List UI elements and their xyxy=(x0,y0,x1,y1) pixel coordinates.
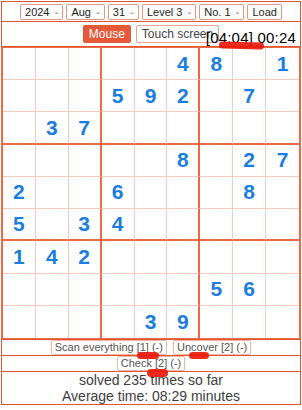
cell-r8c4[interactable] xyxy=(102,274,135,306)
cell-r5c7[interactable] xyxy=(200,177,233,209)
sudoku-app: 2024 ⌄ Aug ⌄ 31 ⌄ Level 3 ⌄ No. 1 ⌄ Load… xyxy=(0,0,302,410)
cell-r6c7[interactable] xyxy=(200,209,233,241)
cell-r5c5[interactable] xyxy=(135,177,168,209)
cell-r6c3[interactable]: 3 xyxy=(69,209,102,241)
solved-count-text: solved 235 times so far xyxy=(79,372,223,388)
day-select-value: 31 xyxy=(113,6,125,18)
cell-r1c8[interactable] xyxy=(233,48,266,80)
number-select[interactable]: No. 1 ⌄ xyxy=(199,4,244,20)
cell-r4c8[interactable]: 2 xyxy=(233,145,266,177)
cell-r5c2[interactable] xyxy=(36,177,69,209)
cell-r1c4[interactable] xyxy=(102,48,135,80)
cell-r7c7[interactable] xyxy=(200,241,233,273)
cell-r2c6[interactable]: 2 xyxy=(167,80,200,112)
cell-r1c7[interactable]: 8 xyxy=(200,48,233,80)
month-select[interactable]: Aug ⌄ xyxy=(66,4,104,20)
cell-r8c3[interactable] xyxy=(69,274,102,306)
average-time-text: Average time: 08:29 minutes xyxy=(62,388,240,404)
cell-r7c1[interactable]: 1 xyxy=(3,241,36,273)
cell-r4c6[interactable]: 8 xyxy=(167,145,200,177)
current-time: 00:24 xyxy=(257,29,296,46)
cell-r3c8[interactable] xyxy=(233,112,266,144)
cell-r3c5[interactable] xyxy=(135,112,168,144)
cell-r6c8[interactable] xyxy=(233,209,266,241)
cell-r3c3[interactable]: 7 xyxy=(69,112,102,144)
statistics-panel: solved 235 times so far Average time: 08… xyxy=(1,371,301,405)
year-select-value: 2024 xyxy=(25,6,49,18)
cell-r8c7[interactable]: 5 xyxy=(200,274,233,306)
cell-r3c2[interactable]: 3 xyxy=(36,112,69,144)
helper-actions-row: Scan everything [1] (-) Uncover [2] (-) xyxy=(1,339,301,356)
cell-r4c4[interactable] xyxy=(102,145,135,177)
cell-r6c4[interactable]: 4 xyxy=(102,209,135,241)
cell-r8c8[interactable]: 6 xyxy=(233,274,266,306)
cell-r9c9[interactable] xyxy=(266,306,299,338)
sudoku-grid: 4815927378272685341425639 xyxy=(3,48,299,338)
month-select-value: Aug xyxy=(71,6,91,18)
number-select-value: No. 1 xyxy=(204,6,230,18)
cell-r5c8[interactable]: 8 xyxy=(233,177,266,209)
cell-r1c5[interactable] xyxy=(135,48,168,80)
check-button[interactable]: Check [2] (-) xyxy=(117,356,186,371)
cell-r6c5[interactable] xyxy=(135,209,168,241)
timer: [04:04] 00:24 xyxy=(206,29,296,46)
cell-r1c6[interactable]: 4 xyxy=(167,48,200,80)
cell-r5c4[interactable]: 6 xyxy=(102,177,135,209)
cell-r3c9[interactable] xyxy=(266,112,299,144)
check-actions-row: Check [2] (-) xyxy=(1,355,301,372)
cell-r9c1[interactable] xyxy=(3,306,36,338)
cell-r9c4[interactable] xyxy=(102,306,135,338)
cell-r4c5[interactable] xyxy=(135,145,168,177)
cell-r6c9[interactable] xyxy=(266,209,299,241)
scan-everything-button[interactable]: Scan everything [1] (-) xyxy=(51,340,167,355)
cell-r2c9[interactable] xyxy=(266,80,299,112)
year-select[interactable]: 2024 ⌄ xyxy=(20,4,63,20)
cell-r7c2[interactable]: 4 xyxy=(36,241,69,273)
chevron-down-icon: ⌄ xyxy=(95,8,101,15)
day-select[interactable]: 31 ⌄ xyxy=(108,4,139,20)
cell-r8c1[interactable] xyxy=(3,274,36,306)
load-button[interactable]: Load xyxy=(247,4,281,20)
cell-r7c5[interactable] xyxy=(135,241,168,273)
cell-r9c8[interactable] xyxy=(233,306,266,338)
cell-r3c7[interactable] xyxy=(200,112,233,144)
cell-r1c1[interactable] xyxy=(3,48,36,80)
chevron-down-icon: ⌄ xyxy=(235,8,241,15)
uncover-button[interactable]: Uncover [2] (-) xyxy=(173,340,251,355)
cell-r3c4[interactable] xyxy=(102,112,135,144)
cell-r4c7[interactable] xyxy=(200,145,233,177)
cell-r7c6[interactable] xyxy=(167,241,200,273)
puzzle-selector-bar: 2024 ⌄ Aug ⌄ 31 ⌄ Level 3 ⌄ No. 1 ⌄ Load xyxy=(1,1,301,22)
level-select[interactable]: Level 3 ⌄ xyxy=(142,4,196,20)
chevron-down-icon: ⌄ xyxy=(54,8,60,15)
cell-r9c6[interactable]: 9 xyxy=(167,306,200,338)
cell-r2c5[interactable]: 9 xyxy=(135,80,168,112)
cell-r6c6[interactable] xyxy=(167,209,200,241)
cell-r4c2[interactable] xyxy=(36,145,69,177)
cell-r2c2[interactable] xyxy=(36,80,69,112)
cell-r7c3[interactable]: 2 xyxy=(69,241,102,273)
cell-r6c1[interactable]: 5 xyxy=(3,209,36,241)
cell-r9c5[interactable]: 3 xyxy=(135,306,168,338)
best-time: [04:04] xyxy=(206,29,253,46)
cell-r5c9[interactable] xyxy=(266,177,299,209)
cell-r1c3[interactable] xyxy=(69,48,102,80)
cell-r5c1[interactable]: 2 xyxy=(3,177,36,209)
cell-r4c1[interactable] xyxy=(3,145,36,177)
cell-r9c2[interactable] xyxy=(36,306,69,338)
cell-r7c4[interactable] xyxy=(102,241,135,273)
input-mode-bar: Mouse Touch screen [04:04] 00:24 xyxy=(1,21,301,47)
cell-r8c5[interactable] xyxy=(135,274,168,306)
cell-r7c9[interactable] xyxy=(266,241,299,273)
chevron-down-icon: ⌄ xyxy=(186,8,192,15)
cell-r2c8[interactable]: 7 xyxy=(233,80,266,112)
chevron-down-icon: ⌄ xyxy=(129,8,135,15)
cell-r7c8[interactable] xyxy=(233,241,266,273)
cell-r2c3[interactable] xyxy=(69,80,102,112)
cell-r5c6[interactable] xyxy=(167,177,200,209)
cell-r2c4[interactable]: 5 xyxy=(102,80,135,112)
cell-r9c3[interactable] xyxy=(69,306,102,338)
mouse-mode-button[interactable]: Mouse xyxy=(83,25,131,43)
cell-r8c6[interactable] xyxy=(167,274,200,306)
cell-r1c9[interactable]: 1 xyxy=(266,48,299,80)
cell-r5c3[interactable] xyxy=(69,177,102,209)
cell-r6c2[interactable] xyxy=(36,209,69,241)
cell-r2c1[interactable] xyxy=(3,80,36,112)
cell-r2c7[interactable] xyxy=(200,80,233,112)
level-select-value: Level 3 xyxy=(147,6,182,18)
cell-r1c2[interactable] xyxy=(36,48,69,80)
cell-r8c2[interactable] xyxy=(36,274,69,306)
cell-r4c3[interactable] xyxy=(69,145,102,177)
cell-r9c7[interactable] xyxy=(200,306,233,338)
cell-r8c9[interactable] xyxy=(266,274,299,306)
cell-r4c9[interactable]: 7 xyxy=(266,145,299,177)
cell-r3c6[interactable] xyxy=(167,112,200,144)
sudoku-board: 4815927378272685341425639 xyxy=(1,46,301,340)
cell-r3c1[interactable] xyxy=(3,112,36,144)
